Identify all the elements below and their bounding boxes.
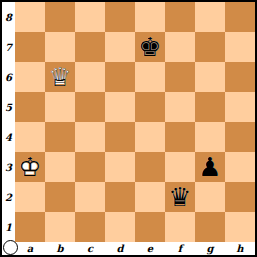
square-d2[interactable] — [105, 182, 135, 212]
square-c2[interactable] — [75, 182, 105, 212]
black-king-e7[interactable]: ♚♚ — [135, 32, 165, 62]
square-b4[interactable] — [45, 122, 75, 152]
file-label-b: b — [45, 242, 75, 255]
square-c4[interactable] — [75, 122, 105, 152]
square-e1[interactable] — [135, 212, 165, 242]
file-label-h: h — [225, 242, 255, 255]
square-f2[interactable]: ♛♛ — [165, 182, 195, 212]
square-f5[interactable] — [165, 92, 195, 122]
rank-label-2: 2 — [2, 182, 15, 212]
square-h1[interactable] — [225, 212, 255, 242]
square-e2[interactable] — [135, 182, 165, 212]
square-b3[interactable] — [45, 152, 75, 182]
square-b1[interactable] — [45, 212, 75, 242]
file-label-c: c — [75, 242, 105, 255]
piece-glyph: ♕ — [45, 62, 75, 92]
square-g3[interactable]: ♟♟ — [195, 152, 225, 182]
square-g1[interactable] — [195, 212, 225, 242]
rank-label-7: 7 — [2, 32, 15, 62]
piece-glyph: ♚ — [135, 32, 165, 62]
square-a2[interactable] — [15, 182, 45, 212]
square-g4[interactable] — [195, 122, 225, 152]
square-g5[interactable] — [195, 92, 225, 122]
square-h8[interactable] — [225, 2, 255, 32]
square-c5[interactable] — [75, 92, 105, 122]
file-label-d: d — [105, 242, 135, 255]
square-d5[interactable] — [105, 92, 135, 122]
square-e5[interactable] — [135, 92, 165, 122]
square-c1[interactable] — [75, 212, 105, 242]
file-labels: abcdefgh — [15, 242, 255, 255]
square-h2[interactable] — [225, 182, 255, 212]
square-b5[interactable] — [45, 92, 75, 122]
square-c8[interactable] — [75, 2, 105, 32]
piece-glyph: ♔ — [15, 152, 45, 182]
square-a7[interactable] — [15, 32, 45, 62]
square-g2[interactable] — [195, 182, 225, 212]
square-c3[interactable] — [75, 152, 105, 182]
square-d6[interactable] — [105, 62, 135, 92]
file-label-g: g — [195, 242, 225, 255]
square-a8[interactable] — [15, 2, 45, 32]
board-grid[interactable]: ♚♚♛♕♚♔♟♟♛♛ — [15, 2, 255, 242]
black-queen-f2[interactable]: ♛♛ — [165, 182, 195, 212]
square-h3[interactable] — [225, 152, 255, 182]
square-e8[interactable] — [135, 2, 165, 32]
square-b2[interactable] — [45, 182, 75, 212]
square-e4[interactable] — [135, 122, 165, 152]
square-g7[interactable] — [195, 32, 225, 62]
file-label-a: a — [15, 242, 45, 255]
rank-label-6: 6 — [2, 62, 15, 92]
square-a4[interactable] — [15, 122, 45, 152]
piece-glyph: ♛ — [165, 182, 195, 212]
rank-label-3: 3 — [2, 152, 15, 182]
square-h6[interactable] — [225, 62, 255, 92]
square-a6[interactable] — [15, 62, 45, 92]
rank-labels: 87654321 — [2, 2, 15, 242]
square-d8[interactable] — [105, 2, 135, 32]
square-b6[interactable]: ♛♕ — [45, 62, 75, 92]
square-a5[interactable] — [15, 92, 45, 122]
square-a1[interactable] — [15, 212, 45, 242]
black-pawn-g3[interactable]: ♟♟ — [195, 152, 225, 182]
square-d3[interactable] — [105, 152, 135, 182]
square-g6[interactable] — [195, 62, 225, 92]
square-d1[interactable] — [105, 212, 135, 242]
white-queen-b6[interactable]: ♛♕ — [45, 62, 75, 92]
square-e6[interactable] — [135, 62, 165, 92]
file-label-e: e — [135, 242, 165, 255]
square-h7[interactable] — [225, 32, 255, 62]
square-c6[interactable] — [75, 62, 105, 92]
piece-glyph: ♟ — [195, 152, 225, 182]
rank-label-8: 8 — [2, 2, 15, 32]
square-b7[interactable] — [45, 32, 75, 62]
square-h4[interactable] — [225, 122, 255, 152]
square-e3[interactable] — [135, 152, 165, 182]
square-f1[interactable] — [165, 212, 195, 242]
white-king-a3[interactable]: ♚♔ — [15, 152, 45, 182]
rank-label-5: 5 — [2, 92, 15, 122]
square-c7[interactable] — [75, 32, 105, 62]
board-area: 87654321 ♚♚♛♕♚♔♟♟♛♛ abcdefgh — [2, 2, 255, 255]
square-f6[interactable] — [165, 62, 195, 92]
square-f7[interactable] — [165, 32, 195, 62]
rank-label-4: 4 — [2, 122, 15, 152]
square-b8[interactable] — [45, 2, 75, 32]
white-to-move-indicator-icon — [3, 240, 18, 255]
square-d4[interactable] — [105, 122, 135, 152]
square-f8[interactable] — [165, 2, 195, 32]
square-e7[interactable]: ♚♚ — [135, 32, 165, 62]
square-g8[interactable] — [195, 2, 225, 32]
square-d7[interactable] — [105, 32, 135, 62]
file-label-f: f — [165, 242, 195, 255]
rank-label-1: 1 — [2, 212, 15, 242]
square-a3[interactable]: ♚♔ — [15, 152, 45, 182]
chess-diagram: 87654321 ♚♚♛♕♚♔♟♟♛♛ abcdefgh — [0, 0, 257, 257]
square-f4[interactable] — [165, 122, 195, 152]
square-h5[interactable] — [225, 92, 255, 122]
square-f3[interactable] — [165, 152, 195, 182]
